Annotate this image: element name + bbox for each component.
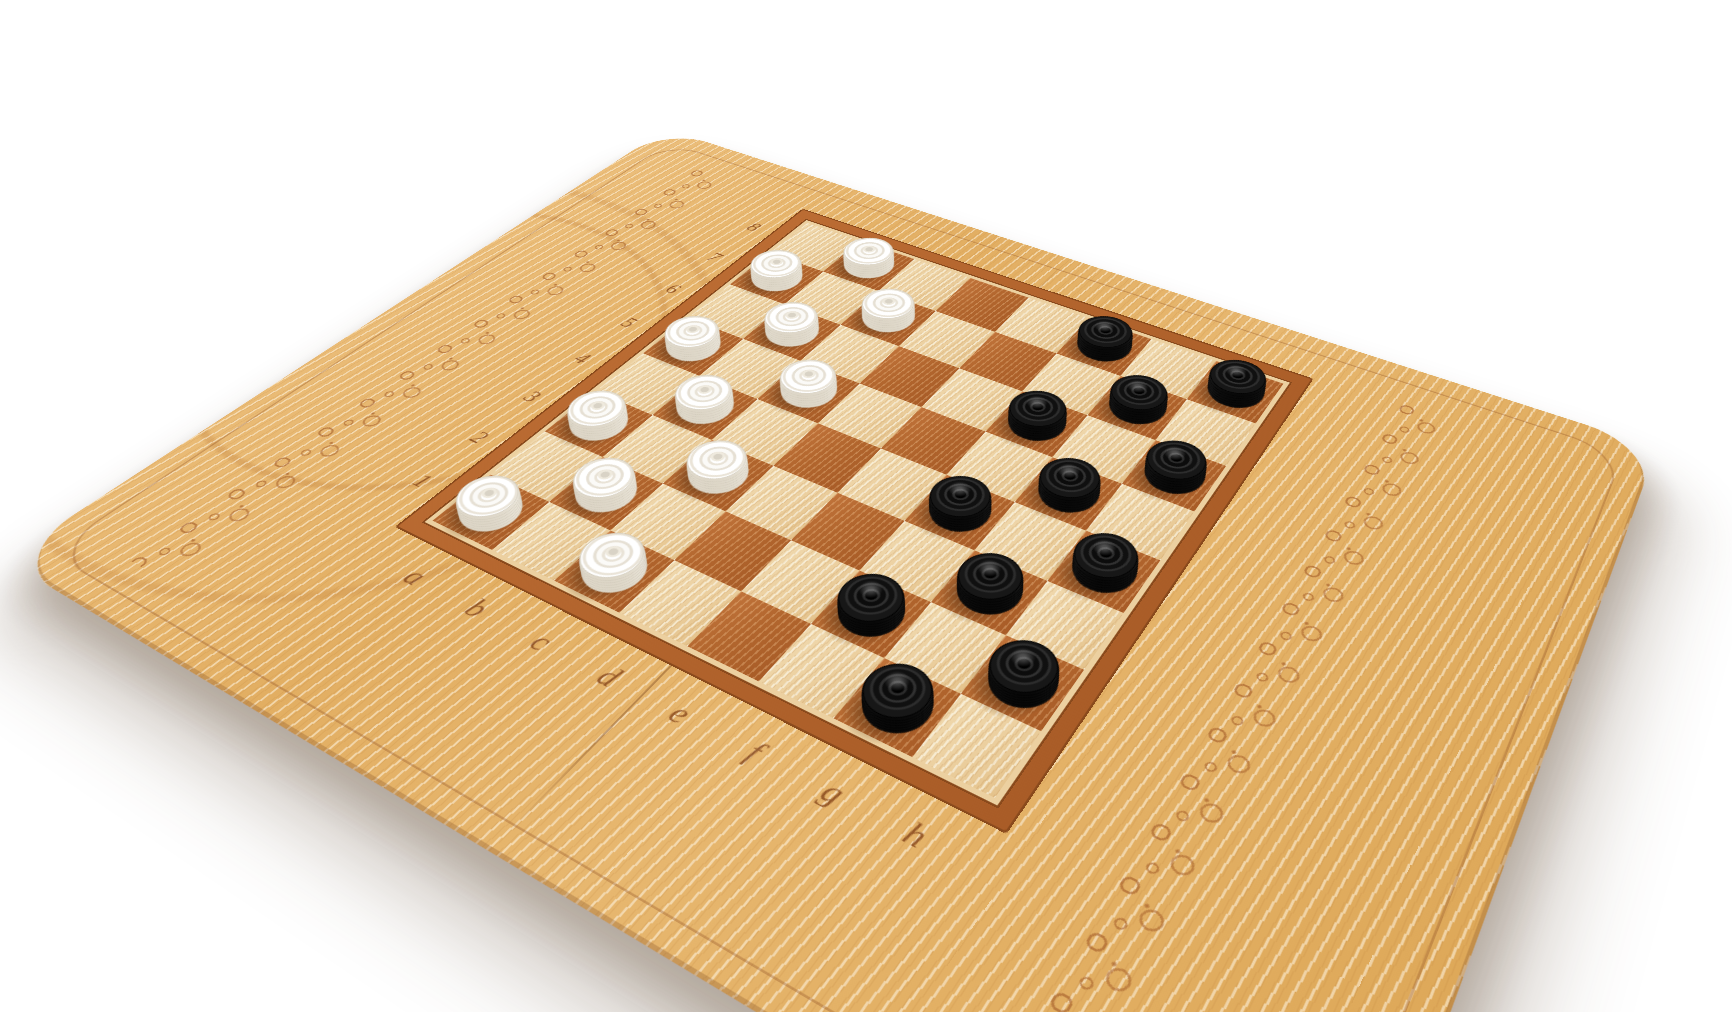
piece-white-b8[interactable] [835,247,903,285]
piece-white-a3[interactable] [558,399,639,448]
piece-black-g3[interactable] [946,560,1033,624]
piece-white-c3[interactable] [677,448,760,502]
piece-white-b6[interactable] [755,311,828,353]
piece-black-g5[interactable] [1028,466,1108,521]
piece-black-h8[interactable] [1199,368,1272,415]
checkers-board-mat: abcdefgh12345678 [5,129,1658,1012]
piece-white-a7[interactable] [742,259,812,298]
perspective-wrapper: abcdefgh12345678 [0,0,1732,1012]
piece-black-h6[interactable] [1135,449,1213,503]
piece-black-f2[interactable] [826,581,916,647]
piece-white-c5[interactable] [770,368,847,415]
piece-white-c7[interactable] [853,298,924,339]
piece-black-f4[interactable] [918,484,1001,541]
photo-stage: Checkers (English draughts), 8x8 wooden … [0,0,1732,1012]
piece-black-h2[interactable] [977,647,1069,719]
piece-white-b4[interactable] [666,383,745,431]
piece-black-f8[interactable] [1069,325,1140,368]
piece-white-a5[interactable] [656,325,731,368]
piece-black-h4[interactable] [1062,540,1147,602]
piece-black-g1[interactable] [850,670,946,744]
